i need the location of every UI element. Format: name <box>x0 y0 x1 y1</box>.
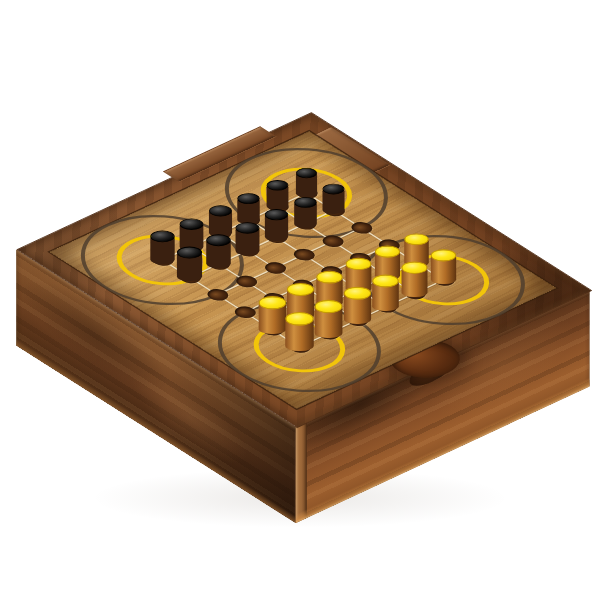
peg-top <box>296 168 317 178</box>
peg-black-12[interactable] <box>177 247 202 282</box>
peg-yellow-10[interactable] <box>258 296 286 334</box>
peg-top <box>404 233 428 245</box>
peg-top <box>375 246 400 258</box>
peg-yellow-12[interactable] <box>285 312 313 351</box>
peg-top <box>285 312 313 326</box>
peg-hole <box>202 287 232 303</box>
peg-top <box>235 222 259 234</box>
surakarta-game-photo <box>0 0 600 600</box>
peg-yellow-11[interactable] <box>314 299 342 337</box>
peg-hole <box>318 233 348 249</box>
peg-black-11[interactable] <box>206 234 231 268</box>
peg-hole <box>346 220 376 236</box>
peg-top <box>294 197 317 208</box>
peg-yellow-9[interactable] <box>343 287 370 324</box>
peg-top <box>238 193 260 204</box>
peg-top <box>208 206 231 217</box>
peg-black-4[interactable] <box>238 193 260 224</box>
peg-black-3[interactable] <box>323 184 345 214</box>
peg-top <box>265 209 288 220</box>
peg-black-1[interactable] <box>296 168 317 197</box>
peg-black-7[interactable] <box>265 209 288 241</box>
peg-top <box>179 218 203 229</box>
peg-top <box>314 299 342 312</box>
peg-hole <box>231 273 261 289</box>
box-corner-endgrain <box>296 422 307 523</box>
peg-hole <box>230 304 260 320</box>
peg-top <box>343 287 370 300</box>
peg-black-6[interactable] <box>208 206 231 238</box>
peg-top <box>431 249 456 261</box>
peg-yellow-5[interactable] <box>402 262 428 298</box>
peg-top <box>206 234 231 246</box>
peg-black-10[interactable] <box>150 231 174 264</box>
peg-hole <box>260 260 290 276</box>
peg-top <box>150 231 174 243</box>
peg-hole <box>289 247 319 263</box>
peg-top <box>316 271 342 284</box>
peg-top <box>373 274 400 287</box>
peg-black-9[interactable] <box>235 222 259 255</box>
peg-yellow-7[interactable] <box>373 274 400 310</box>
peg-black-2[interactable] <box>267 180 289 210</box>
peg-top <box>258 296 286 309</box>
peg-yellow-3[interactable] <box>431 249 456 284</box>
peg-black-5[interactable] <box>294 197 317 228</box>
